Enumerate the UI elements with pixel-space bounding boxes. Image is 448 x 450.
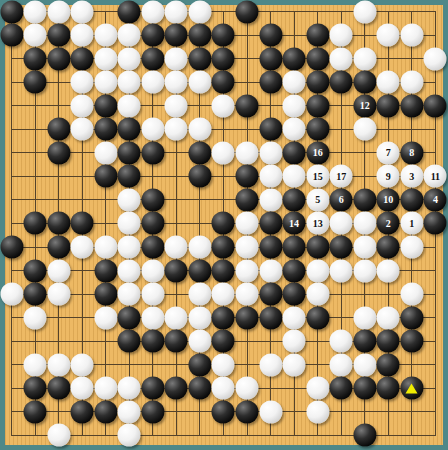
stone-white — [330, 353, 353, 376]
stone-black — [47, 236, 70, 259]
stone-white — [141, 283, 164, 306]
stone-black — [0, 236, 23, 259]
stone-black — [71, 400, 94, 423]
stone-white — [283, 353, 306, 376]
stone-black — [188, 259, 211, 282]
stone-black — [236, 188, 259, 211]
stone-white — [71, 94, 94, 117]
stone-black — [400, 377, 423, 400]
stone-white — [259, 353, 282, 376]
stone-black — [24, 47, 47, 70]
stone-white — [377, 71, 400, 94]
stone-white — [71, 236, 94, 259]
stone-black — [212, 236, 235, 259]
stone-white — [259, 400, 282, 423]
stone-black — [353, 71, 376, 94]
stone-white — [306, 400, 329, 423]
stone-white — [283, 306, 306, 329]
stone-white — [71, 0, 94, 23]
stone-white — [24, 306, 47, 329]
goban[interactable]: 1216781517931156104141321 — [5, 5, 443, 445]
stone-white — [71, 71, 94, 94]
stone-white — [118, 283, 141, 306]
stone-white — [94, 47, 117, 70]
stone-white — [400, 71, 423, 94]
stone-black — [306, 236, 329, 259]
move-number-label: 10 — [383, 195, 393, 205]
move-number-label: 14 — [289, 218, 299, 228]
stone-white — [259, 165, 282, 188]
stone-black — [188, 141, 211, 164]
stone-white — [188, 0, 211, 23]
stone-black — [94, 400, 117, 423]
stone-white — [212, 94, 235, 117]
stone-black — [118, 0, 141, 23]
move-number-label: 1 — [409, 218, 414, 228]
stone-white — [188, 306, 211, 329]
stone-white — [283, 330, 306, 353]
move-number-label: 12 — [360, 101, 370, 111]
stone-white: 9 — [377, 165, 400, 188]
stone-white — [400, 283, 423, 306]
move-number-label: 3 — [409, 171, 414, 181]
stone-black — [400, 306, 423, 329]
move-number-label: 2 — [386, 218, 391, 228]
stone-black — [306, 118, 329, 141]
triangle-marker-icon — [406, 383, 418, 393]
stone-black — [377, 377, 400, 400]
stone-white — [259, 141, 282, 164]
stone-white — [118, 188, 141, 211]
stone-white — [118, 47, 141, 70]
stone-white — [118, 400, 141, 423]
stone-white — [118, 71, 141, 94]
stone-white — [47, 0, 70, 23]
stone-black — [236, 306, 259, 329]
stone-black — [212, 71, 235, 94]
move-number-label: 15 — [313, 171, 323, 181]
stone-black — [47, 377, 70, 400]
stone-black — [283, 47, 306, 70]
stone-black — [424, 212, 447, 235]
stone-black — [141, 24, 164, 47]
stone-white — [212, 283, 235, 306]
stone-black — [141, 188, 164, 211]
stone-black — [306, 306, 329, 329]
stone-black — [306, 71, 329, 94]
stone-black — [306, 94, 329, 117]
stone-white — [353, 0, 376, 23]
stone-black: 10 — [377, 188, 400, 211]
stone-black — [259, 236, 282, 259]
stone-white — [353, 306, 376, 329]
stone-white — [165, 71, 188, 94]
stone-black — [353, 330, 376, 353]
stone-white — [24, 24, 47, 47]
stone-white — [330, 259, 353, 282]
stone-white — [118, 24, 141, 47]
stone-white: 17 — [330, 165, 353, 188]
stone-black: 6 — [330, 188, 353, 211]
move-number-label: 9 — [386, 171, 391, 181]
stone-black — [259, 71, 282, 94]
stone-white — [236, 236, 259, 259]
stone-black — [377, 353, 400, 376]
stone-black — [188, 47, 211, 70]
stone-black — [377, 94, 400, 117]
move-number-label: 4 — [433, 195, 438, 205]
stone-white — [236, 283, 259, 306]
stone-white — [188, 236, 211, 259]
stone-white — [165, 118, 188, 141]
stone-white — [94, 236, 117, 259]
stone-white — [236, 212, 259, 235]
stone-black — [306, 47, 329, 70]
stone-white — [283, 165, 306, 188]
stone-black — [141, 400, 164, 423]
stone-white — [141, 71, 164, 94]
stone-black — [0, 0, 23, 23]
stone-black — [24, 71, 47, 94]
stone-black — [24, 259, 47, 282]
stone-black — [165, 330, 188, 353]
stone-white — [283, 94, 306, 117]
stone-black — [330, 236, 353, 259]
stone-black — [94, 118, 117, 141]
stone-black: 2 — [377, 212, 400, 235]
stone-white — [330, 47, 353, 70]
stone-black — [353, 188, 376, 211]
stone-black — [118, 141, 141, 164]
stone-black — [118, 306, 141, 329]
stone-white — [118, 424, 141, 447]
stone-black — [259, 24, 282, 47]
stone-black — [424, 94, 447, 117]
stone-white — [118, 236, 141, 259]
stone-white — [94, 141, 117, 164]
stone-black: 14 — [283, 212, 306, 235]
stone-white — [400, 236, 423, 259]
stone-white — [306, 283, 329, 306]
stone-white: 15 — [306, 165, 329, 188]
stone-white — [353, 236, 376, 259]
stone-black: 12 — [353, 94, 376, 117]
stone-black — [165, 259, 188, 282]
stone-black — [47, 24, 70, 47]
move-number-label: 13 — [313, 218, 323, 228]
stone-white — [424, 47, 447, 70]
stone-white — [118, 259, 141, 282]
stone-white — [236, 377, 259, 400]
stone-white — [353, 259, 376, 282]
stone-black — [283, 236, 306, 259]
move-number-label: 5 — [315, 195, 320, 205]
stone-white — [118, 94, 141, 117]
stone-black — [24, 400, 47, 423]
stone-black — [400, 94, 423, 117]
stone-black — [283, 141, 306, 164]
stone-white — [94, 71, 117, 94]
stone-black — [94, 259, 117, 282]
stone-black: 4 — [424, 188, 447, 211]
stone-white — [165, 94, 188, 117]
stone-white — [236, 259, 259, 282]
stone-black — [353, 424, 376, 447]
stone-black — [141, 330, 164, 353]
stone-black — [212, 330, 235, 353]
stone-black — [353, 377, 376, 400]
stone-black — [236, 400, 259, 423]
stone-black — [0, 24, 23, 47]
stone-white — [283, 118, 306, 141]
stone-white — [400, 24, 423, 47]
stone-black — [259, 47, 282, 70]
stone-white — [212, 141, 235, 164]
stone-white — [24, 353, 47, 376]
stone-black — [259, 283, 282, 306]
stone-white — [118, 377, 141, 400]
stone-black — [283, 283, 306, 306]
stone-black — [141, 212, 164, 235]
stone-black — [47, 118, 70, 141]
stone-white: 3 — [400, 165, 423, 188]
stone-black — [24, 377, 47, 400]
stone-white — [330, 330, 353, 353]
stone-white — [94, 377, 117, 400]
stone-white — [24, 0, 47, 23]
stone-white — [330, 24, 353, 47]
stone-white — [353, 118, 376, 141]
stone-white — [212, 353, 235, 376]
move-number-label: 16 — [313, 148, 323, 158]
stone-white — [188, 71, 211, 94]
stone-black — [400, 330, 423, 353]
stone-white — [165, 236, 188, 259]
stone-black — [118, 330, 141, 353]
stone-white — [141, 0, 164, 23]
stone-black — [330, 71, 353, 94]
stone-black — [212, 400, 235, 423]
stone-black — [141, 236, 164, 259]
stone-white — [165, 306, 188, 329]
stone-white — [330, 212, 353, 235]
stone-black: 16 — [306, 141, 329, 164]
stone-white — [377, 306, 400, 329]
stone-black — [47, 212, 70, 235]
stone-black — [259, 212, 282, 235]
stone-white — [188, 118, 211, 141]
stone-white — [212, 377, 235, 400]
stone-white — [165, 47, 188, 70]
stone-white: 7 — [377, 141, 400, 164]
stone-white: 13 — [306, 212, 329, 235]
stone-white — [118, 212, 141, 235]
stone-white: 1 — [400, 212, 423, 235]
go-board-app: 1216781517931156104141321 — [0, 0, 448, 450]
stone-white: 5 — [306, 188, 329, 211]
stone-black — [306, 24, 329, 47]
stone-white — [47, 353, 70, 376]
stone-white — [259, 188, 282, 211]
stone-white — [377, 259, 400, 282]
stone-black — [377, 236, 400, 259]
stone-black — [212, 306, 235, 329]
stone-black — [141, 377, 164, 400]
stone-white — [353, 47, 376, 70]
stone-white: 11 — [424, 165, 447, 188]
stone-black — [212, 212, 235, 235]
stone-black — [236, 0, 259, 23]
stone-black — [330, 377, 353, 400]
stone-black — [94, 94, 117, 117]
stone-black — [259, 306, 282, 329]
stone-black — [188, 24, 211, 47]
stone-black — [259, 118, 282, 141]
stone-black — [212, 259, 235, 282]
stone-black — [141, 141, 164, 164]
stone-white — [71, 377, 94, 400]
stone-black — [188, 165, 211, 188]
stone-white — [71, 24, 94, 47]
stone-black — [165, 377, 188, 400]
stone-white — [94, 24, 117, 47]
stone-black — [165, 24, 188, 47]
stone-black — [71, 212, 94, 235]
stone-black — [141, 47, 164, 70]
stone-white — [353, 353, 376, 376]
stone-black — [188, 377, 211, 400]
stone-black — [71, 47, 94, 70]
stone-white — [377, 24, 400, 47]
move-number-label: 17 — [336, 171, 346, 181]
stone-black — [94, 283, 117, 306]
stone-white — [259, 259, 282, 282]
stone-black — [24, 212, 47, 235]
move-number-label: 11 — [431, 171, 440, 181]
stone-white — [165, 0, 188, 23]
stone-black — [400, 188, 423, 211]
stone-white — [353, 212, 376, 235]
stone-black — [283, 188, 306, 211]
stone-black — [118, 165, 141, 188]
stone-black — [24, 283, 47, 306]
stone-white — [47, 259, 70, 282]
stone-white — [188, 330, 211, 353]
stone-white — [141, 118, 164, 141]
stone-white — [0, 283, 23, 306]
stone-black — [212, 47, 235, 70]
stone-black — [236, 165, 259, 188]
stone-white — [141, 306, 164, 329]
stone-black — [377, 330, 400, 353]
move-number-label: 7 — [386, 148, 391, 158]
stone-white — [71, 118, 94, 141]
stone-black — [47, 141, 70, 164]
stone-black — [212, 24, 235, 47]
stone-white — [47, 424, 70, 447]
stone-black — [94, 165, 117, 188]
stone-white — [71, 353, 94, 376]
stone-black — [236, 94, 259, 117]
stone-white — [94, 306, 117, 329]
stone-white — [306, 259, 329, 282]
stone-black — [47, 47, 70, 70]
move-number-label: 6 — [339, 195, 344, 205]
stone-black: 8 — [400, 141, 423, 164]
stone-black — [188, 353, 211, 376]
move-number-label: 8 — [409, 148, 414, 158]
stone-black — [118, 118, 141, 141]
stone-white — [47, 283, 70, 306]
stone-white — [188, 283, 211, 306]
stone-white — [283, 71, 306, 94]
stone-black — [283, 259, 306, 282]
stone-white — [306, 377, 329, 400]
stone-white — [141, 259, 164, 282]
stone-white — [236, 141, 259, 164]
